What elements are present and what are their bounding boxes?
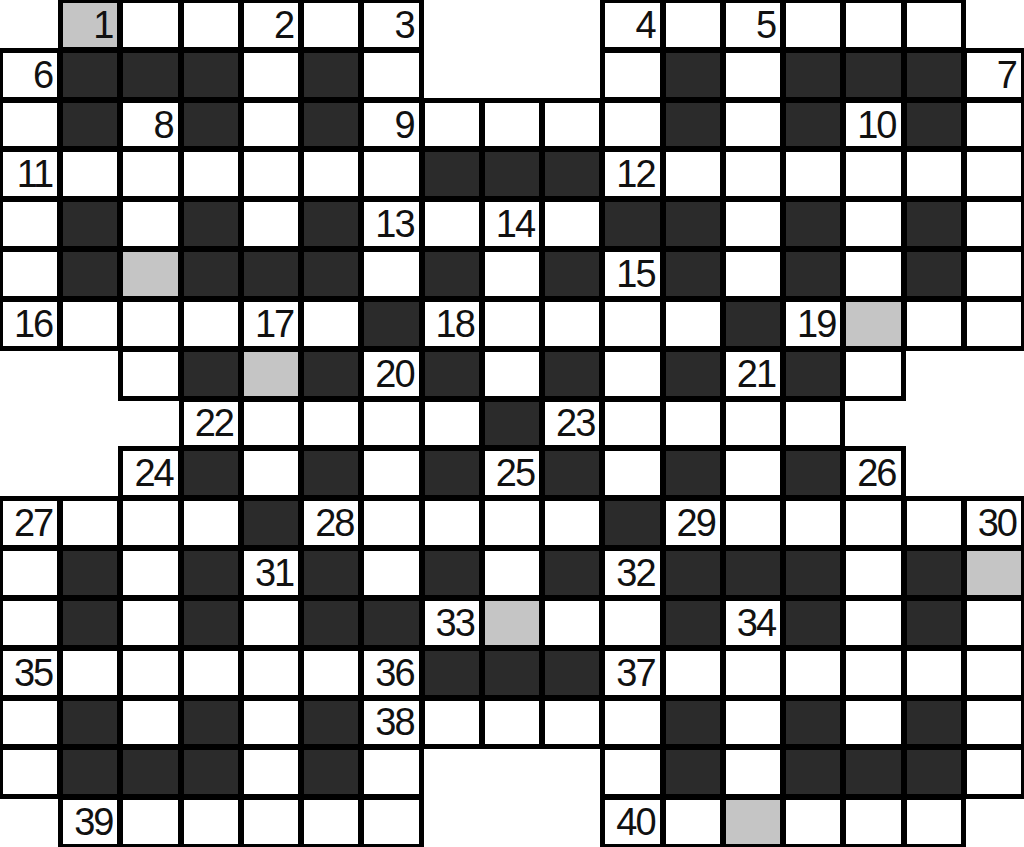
cell-r12c2-black [60, 548, 120, 598]
cell-r1c17-void [964, 0, 1024, 50]
cell-r5c8-white[interactable] [422, 199, 482, 249]
cell-r8c5-gray[interactable] [241, 349, 301, 399]
cell-r15c10-white[interactable] [542, 698, 602, 748]
cell-r17c12-white[interactable] [663, 797, 723, 847]
cell-r5c13-white[interactable] [723, 199, 783, 249]
cell-r14c10-black [542, 648, 602, 698]
cell-r1c15-white[interactable] [843, 0, 903, 50]
clue-number-3: 3 [395, 6, 414, 44]
cell-r5c10-white[interactable] [542, 199, 602, 249]
cell-r6c11-white[interactable]: 15 [602, 249, 662, 299]
clue-number-6: 6 [33, 56, 52, 94]
cell-r7c15-gray[interactable] [843, 299, 903, 349]
cell-r5c4-black [181, 199, 241, 249]
cell-r9c12-white[interactable] [663, 399, 723, 449]
cell-r13c12-black [663, 598, 723, 648]
clue-number-15: 15 [616, 255, 654, 293]
cell-r2c12-black [663, 50, 723, 100]
cell-r16c12-black [663, 747, 723, 797]
cell-r6c15-white[interactable] [843, 249, 903, 299]
cell-r5c11-black [602, 199, 662, 249]
cell-r13c10-white[interactable] [542, 598, 602, 648]
cell-r12c12-black [663, 548, 723, 598]
clue-number-25: 25 [496, 454, 534, 492]
cell-r7c6-white[interactable] [301, 299, 361, 349]
cell-r13c14-black [783, 598, 843, 648]
cell-r11c17-white[interactable]: 30 [964, 498, 1024, 548]
cell-r4c4-white[interactable] [181, 149, 241, 199]
clue-number-18: 18 [436, 305, 474, 343]
cell-r9c9-black [482, 399, 542, 449]
cell-r17c15-white[interactable] [843, 797, 903, 847]
cell-r6c8-black [422, 249, 482, 299]
cell-r2c11-white[interactable] [602, 50, 662, 100]
cell-r8c7-white[interactable]: 20 [361, 349, 421, 399]
cell-r11c16-white[interactable] [904, 498, 964, 548]
cell-r10c4-black [181, 448, 241, 498]
cell-r3c5-white[interactable] [241, 100, 301, 150]
cell-r14c17-white[interactable] [964, 648, 1024, 698]
cell-r6c5-black [241, 249, 301, 299]
cell-r12c4-black [181, 548, 241, 598]
crossword-grid: 1234567891011121314151617181920212223242… [0, 0, 1024, 847]
cell-r6c1-white[interactable] [0, 249, 60, 299]
cell-r14c7-white[interactable]: 36 [361, 648, 421, 698]
cell-r6c6-black [301, 249, 361, 299]
cell-r3c14-black [783, 100, 843, 150]
cell-r6c16-black [904, 249, 964, 299]
cell-r13c9-gray[interactable] [482, 598, 542, 648]
cell-r12c16-black [904, 548, 964, 598]
cell-r2c14-black [783, 50, 843, 100]
cell-r16c4-black [181, 747, 241, 797]
cell-r15c1-white[interactable] [0, 698, 60, 748]
cell-r2c2-black [60, 50, 120, 100]
cell-r17c14-white[interactable] [783, 797, 843, 847]
clue-number-28: 28 [315, 504, 353, 542]
cell-r1c14-white[interactable] [783, 0, 843, 50]
clue-number-1: 1 [93, 6, 112, 44]
cell-r12c3-white[interactable] [120, 548, 180, 598]
cell-r7c13-black [723, 299, 783, 349]
cell-r4c1-white[interactable]: 11 [0, 149, 60, 199]
cell-r12c1-white[interactable] [0, 548, 60, 598]
cell-r13c3-white[interactable] [120, 598, 180, 648]
cell-r10c15-white[interactable]: 26 [843, 448, 903, 498]
cell-r5c7-white[interactable]: 13 [361, 199, 421, 249]
cell-r4c3-white[interactable] [120, 149, 180, 199]
cell-r11c13-white[interactable] [723, 498, 783, 548]
cell-r3c16-black [904, 100, 964, 150]
clue-number-35: 35 [14, 654, 52, 692]
cell-r4c7-white[interactable] [361, 149, 421, 199]
cell-r3c7-white[interactable]: 9 [361, 100, 421, 150]
cell-r16c11-white[interactable] [602, 747, 662, 797]
cell-r2c8-void [422, 50, 482, 100]
cell-r11c3-white[interactable] [120, 498, 180, 548]
cell-r7c17-white[interactable] [964, 299, 1024, 349]
cell-r4c5-white[interactable] [241, 149, 301, 199]
cell-r17c10-void [542, 797, 602, 847]
cell-r2c5-white[interactable] [241, 50, 301, 100]
cell-r9c7-white[interactable] [361, 399, 421, 449]
cell-r1c5-white[interactable]: 2 [241, 0, 301, 50]
cell-r4c2-white[interactable] [60, 149, 120, 199]
cell-r5c5-white[interactable] [241, 199, 301, 249]
cell-r11c4-white[interactable] [181, 498, 241, 548]
cell-r11c15-white[interactable] [843, 498, 903, 548]
cell-r13c8-white[interactable]: 33 [422, 598, 482, 648]
cell-r3c2-black [60, 100, 120, 150]
cell-r17c6-white[interactable] [301, 797, 361, 847]
cell-r10c13-white[interactable] [723, 448, 783, 498]
clue-number-24: 24 [134, 454, 172, 492]
cell-r2c15-black [843, 50, 903, 100]
cell-r7c12-white[interactable] [663, 299, 723, 349]
cell-r11c2-white[interactable] [60, 498, 120, 548]
cell-r16c17-white[interactable] [964, 747, 1024, 797]
cell-r16c14-black [783, 747, 843, 797]
cell-r5c1-white[interactable] [0, 199, 60, 249]
cell-r8c4-black [181, 349, 241, 399]
cell-r5c12-black [663, 199, 723, 249]
cell-r11c1-white[interactable]: 27 [0, 498, 60, 548]
cell-r15c13-white[interactable] [723, 698, 783, 748]
cell-r11c5-black [241, 498, 301, 548]
cell-r4c13-white[interactable] [723, 149, 783, 199]
cell-r4c16-white[interactable] [904, 149, 964, 199]
cell-r6c7-white[interactable] [361, 249, 421, 299]
cell-r1c2-gray[interactable]: 1 [60, 0, 120, 50]
clue-number-30: 30 [978, 504, 1016, 542]
cell-r8c9-white[interactable] [482, 349, 542, 399]
cell-r10c3-white[interactable]: 24 [120, 448, 180, 498]
cell-r4c15-white[interactable] [843, 149, 903, 199]
clue-number-32: 32 [616, 554, 654, 592]
cell-r8c17-void [964, 349, 1024, 399]
cell-r16c5-white[interactable] [241, 747, 301, 797]
clue-number-10: 10 [857, 106, 895, 144]
cell-r8c10-black [542, 349, 602, 399]
cell-r15c6-black [301, 698, 361, 748]
cell-r3c17-white[interactable] [964, 100, 1024, 150]
cell-r9c8-white[interactable] [422, 399, 482, 449]
cell-r7c4-white[interactable] [181, 299, 241, 349]
cell-r3c4-black [181, 100, 241, 150]
cell-r13c6-black [301, 598, 361, 648]
cell-r16c13-white[interactable] [723, 747, 783, 797]
cell-r4c14-white[interactable] [783, 149, 843, 199]
cell-r6c13-white[interactable] [723, 249, 783, 299]
cell-r14c14-white[interactable] [783, 648, 843, 698]
cell-r9c1-void [0, 399, 60, 449]
cell-r17c11-white[interactable]: 40 [602, 797, 662, 847]
cell-r10c11-white[interactable] [602, 448, 662, 498]
cell-r7c9-white[interactable] [482, 299, 542, 349]
cell-r8c13-white[interactable]: 21 [723, 349, 783, 399]
cell-r16c6-black [301, 747, 361, 797]
cell-r8c11-white[interactable] [602, 349, 662, 399]
clue-number-4: 4 [635, 6, 654, 44]
cell-r9c17-void [964, 399, 1024, 449]
cell-r16c2-black [60, 747, 120, 797]
cell-r2c7-white[interactable] [361, 50, 421, 100]
cell-r8c15-white[interactable] [843, 349, 903, 399]
clue-number-19: 19 [797, 305, 835, 343]
cell-r4c11-white[interactable]: 12 [602, 149, 662, 199]
cell-r12c5-white[interactable]: 31 [241, 548, 301, 598]
cell-r11c14-white[interactable] [783, 498, 843, 548]
cell-r6c2-black [60, 249, 120, 299]
cell-r15c9-white[interactable] [482, 698, 542, 748]
cell-r13c1-white[interactable] [0, 598, 60, 648]
cell-r1c7-white[interactable]: 3 [361, 0, 421, 50]
cell-r12c13-black [723, 548, 783, 598]
cell-r17c13-gray[interactable] [723, 797, 783, 847]
cell-r13c11-white[interactable] [602, 598, 662, 648]
cell-r6c17-white[interactable] [964, 249, 1024, 299]
cell-r7c2-white[interactable] [60, 299, 120, 349]
cell-r15c4-black [181, 698, 241, 748]
cell-r17c5-white[interactable] [241, 797, 301, 847]
cell-r14c4-white[interactable] [181, 648, 241, 698]
cell-r12c10-black [542, 548, 602, 598]
cell-r15c16-black [904, 698, 964, 748]
cell-r14c8-black [422, 648, 482, 698]
clue-number-7: 7 [997, 56, 1016, 94]
cell-r9c6-white[interactable] [301, 399, 361, 449]
cell-r3c3-white[interactable]: 8 [120, 100, 180, 150]
cell-r17c1-void [0, 797, 60, 847]
cell-r8c8-black [422, 349, 482, 399]
cell-r1c4-white[interactable] [181, 0, 241, 50]
cell-r3c9-white[interactable] [482, 100, 542, 150]
cell-r4c10-black [542, 149, 602, 199]
cell-r14c16-white[interactable] [904, 648, 964, 698]
cell-r9c14-white[interactable] [783, 399, 843, 449]
clue-number-34: 34 [737, 604, 775, 642]
clue-number-16: 16 [14, 305, 52, 343]
cell-r7c5-white[interactable]: 17 [241, 299, 301, 349]
cell-r14c13-white[interactable] [723, 648, 783, 698]
cell-r15c15-white[interactable] [843, 698, 903, 748]
clue-number-9: 9 [395, 106, 414, 144]
cell-r15c7-white[interactable]: 38 [361, 698, 421, 748]
cell-r9c11-white[interactable] [602, 399, 662, 449]
cell-r12c17-gray[interactable] [964, 548, 1024, 598]
clue-number-33: 33 [436, 604, 474, 642]
cell-r12c7-white[interactable] [361, 548, 421, 598]
cell-r8c14-black [783, 349, 843, 399]
cell-r14c12-white[interactable] [663, 648, 723, 698]
cell-r14c6-white[interactable] [301, 648, 361, 698]
cell-r17c7-white[interactable] [361, 797, 421, 847]
cell-r10c6-black [301, 448, 361, 498]
cell-r13c2-black [60, 598, 120, 648]
cell-r15c8-white[interactable] [422, 698, 482, 748]
cell-r13c13-white[interactable]: 34 [723, 598, 783, 648]
cell-r4c6-white[interactable] [301, 149, 361, 199]
clue-number-38: 38 [375, 703, 413, 741]
cell-r6c9-white[interactable] [482, 249, 542, 299]
cell-r10c10-black [542, 448, 602, 498]
clue-number-14: 14 [496, 205, 534, 243]
cell-r6c4-black [181, 249, 241, 299]
cell-r1c8-void [422, 0, 482, 50]
cell-r11c6-white[interactable]: 28 [301, 498, 361, 548]
cell-r12c9-white[interactable] [482, 548, 542, 598]
cell-r13c17-white[interactable] [964, 598, 1024, 648]
cell-r3c10-white[interactable] [542, 100, 602, 150]
cell-r12c14-black [783, 548, 843, 598]
cell-r1c12-white[interactable] [663, 0, 723, 50]
cell-r11c7-white[interactable] [361, 498, 421, 548]
cell-r14c2-white[interactable] [60, 648, 120, 698]
cell-r15c17-white[interactable] [964, 698, 1024, 748]
cell-r11c10-white[interactable] [542, 498, 602, 548]
cell-r7c7-black [361, 299, 421, 349]
cell-r9c5-white[interactable] [241, 399, 301, 449]
cell-r17c9-void [482, 797, 542, 847]
cell-r10c2-void [60, 448, 120, 498]
cell-r7c11-white[interactable] [602, 299, 662, 349]
clue-number-36: 36 [375, 654, 413, 692]
cell-r1c13-white[interactable]: 5 [723, 0, 783, 50]
cell-r10c1-void [0, 448, 60, 498]
cell-r3c15-white[interactable]: 10 [843, 100, 903, 150]
clue-number-5: 5 [756, 6, 775, 44]
cell-r8c3-white[interactable] [120, 349, 180, 399]
cell-r2c16-black [904, 50, 964, 100]
cell-r2c17-white[interactable]: 7 [964, 50, 1024, 100]
cell-r7c8-white[interactable]: 18 [422, 299, 482, 349]
cell-r4c8-black [422, 149, 482, 199]
cell-r6c3-gray[interactable] [120, 249, 180, 299]
cell-r9c3-void [120, 399, 180, 449]
cell-r10c9-white[interactable]: 25 [482, 448, 542, 498]
cell-r14c15-white[interactable] [843, 648, 903, 698]
cell-r16c1-white[interactable] [0, 747, 60, 797]
cell-r16c7-white[interactable] [361, 747, 421, 797]
cell-r16c10-void [542, 747, 602, 797]
cell-r13c15-white[interactable] [843, 598, 903, 648]
cell-r11c9-white[interactable] [482, 498, 542, 548]
cell-r13c16-black [904, 598, 964, 648]
cell-r11c12-white[interactable]: 29 [663, 498, 723, 548]
cell-r1c1-void [0, 0, 60, 50]
cell-r17c16-white[interactable] [904, 797, 964, 847]
cell-r1c6-white[interactable] [301, 0, 361, 50]
cell-r10c16-void [904, 448, 964, 498]
cell-r17c3-white[interactable] [120, 797, 180, 847]
cell-r9c16-void [904, 399, 964, 449]
cell-r5c15-white[interactable] [843, 199, 903, 249]
cell-r6c12-black [663, 249, 723, 299]
cell-r12c11-white[interactable]: 32 [602, 548, 662, 598]
cell-r3c6-black [301, 100, 361, 150]
clue-number-37: 37 [616, 654, 654, 692]
cell-r10c7-white[interactable] [361, 448, 421, 498]
cell-r15c14-black [783, 698, 843, 748]
cell-r10c12-black [663, 448, 723, 498]
clue-number-22: 22 [195, 404, 233, 442]
cell-r3c8-white[interactable] [422, 100, 482, 150]
cell-r5c17-white[interactable] [964, 199, 1024, 249]
cell-r2c1-white[interactable]: 6 [0, 50, 60, 100]
clue-number-21: 21 [737, 355, 775, 393]
cell-r14c1-white[interactable]: 35 [0, 648, 60, 698]
cell-r6c14-black [783, 249, 843, 299]
cell-r2c13-white[interactable] [723, 50, 783, 100]
cell-r2c3-black [120, 50, 180, 100]
cell-r13c7-black [361, 598, 421, 648]
clue-number-8: 8 [154, 106, 173, 144]
cell-r9c10-white[interactable]: 23 [542, 399, 602, 449]
cell-r7c14-white[interactable]: 19 [783, 299, 843, 349]
cell-r8c1-void [0, 349, 60, 399]
cell-r5c9-white[interactable]: 14 [482, 199, 542, 249]
cell-r9c4-white[interactable]: 22 [181, 399, 241, 449]
clue-number-27: 27 [14, 504, 52, 542]
cell-r14c5-white[interactable] [241, 648, 301, 698]
cell-r2c6-black [301, 50, 361, 100]
cell-r9c15-void [843, 399, 903, 449]
cell-r6c10-black [542, 249, 602, 299]
cell-r13c5-white[interactable] [241, 598, 301, 648]
cell-r5c6-black [301, 199, 361, 249]
cell-r7c16-white[interactable] [904, 299, 964, 349]
cell-r7c10-white[interactable] [542, 299, 602, 349]
cell-r10c8-black [422, 448, 482, 498]
cell-r14c11-white[interactable]: 37 [602, 648, 662, 698]
cell-r1c11-white[interactable]: 4 [602, 0, 662, 50]
cell-r15c3-white[interactable] [120, 698, 180, 748]
cell-r11c11-black [602, 498, 662, 548]
cell-r17c4-white[interactable] [181, 797, 241, 847]
cell-r15c11-white[interactable] [602, 698, 662, 748]
cell-r3c13-white[interactable] [723, 100, 783, 150]
cell-r15c12-black [663, 698, 723, 748]
cell-r10c5-white[interactable] [241, 448, 301, 498]
cell-r3c11-white[interactable] [602, 100, 662, 150]
cell-r4c17-white[interactable] [964, 149, 1024, 199]
cell-r5c3-white[interactable] [120, 199, 180, 249]
cell-r9c13-white[interactable] [723, 399, 783, 449]
clue-number-17: 17 [255, 305, 293, 343]
cell-r14c9-black [482, 648, 542, 698]
cell-r12c15-white[interactable] [843, 548, 903, 598]
cell-r3c12-black [663, 100, 723, 150]
cell-r7c1-white[interactable]: 16 [0, 299, 60, 349]
cell-r4c12-white[interactable] [663, 149, 723, 199]
cell-r11c8-white[interactable] [422, 498, 482, 548]
cell-r5c2-black [60, 199, 120, 249]
cell-r17c2-white[interactable]: 39 [60, 797, 120, 847]
cell-r1c16-white[interactable] [904, 0, 964, 50]
cell-r1c10-void [542, 0, 602, 50]
cell-r8c12-black [663, 349, 723, 399]
cell-r7c3-white[interactable] [120, 299, 180, 349]
cell-r8c6-black [301, 349, 361, 399]
cell-r10c17-void [964, 448, 1024, 498]
cell-r10c14-black [783, 448, 843, 498]
cell-r16c8-void [422, 747, 482, 797]
cell-r1c3-white[interactable] [120, 0, 180, 50]
cell-r3c1-white[interactable] [0, 100, 60, 150]
clue-number-23: 23 [556, 404, 594, 442]
cell-r14c3-white[interactable] [120, 648, 180, 698]
cell-r15c5-white[interactable] [241, 698, 301, 748]
